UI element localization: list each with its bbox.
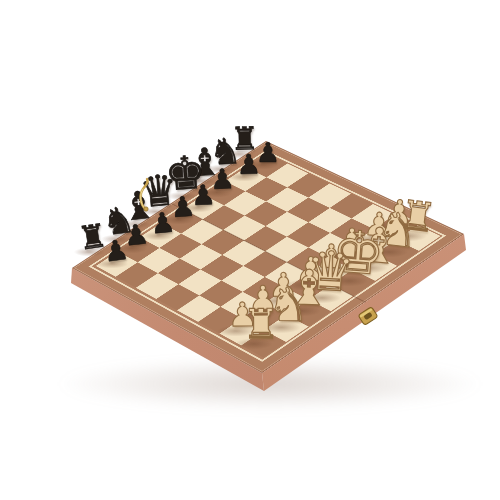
black-pawn-g7[interactable]: ♟	[236, 151, 261, 179]
piece-glyph: ♜	[242, 304, 279, 345]
chess-set-photo: ♜♞♝♛♚♝♞♜♟♟♟♟♟♟♟♟♟♟♟♟♟♟♟♟♜♞♝♛♚♝♞♜	[0, 0, 500, 500]
black-pawn-c7[interactable]: ♟	[150, 208, 177, 238]
white-rook-a1[interactable]: ♜	[242, 304, 279, 345]
black-pawn-a7[interactable]: ♟	[102, 236, 130, 267]
piece-glyph: ♟	[150, 208, 177, 238]
piece-glyph: ♟	[102, 236, 130, 267]
piece-glyph: ♟	[236, 151, 261, 179]
